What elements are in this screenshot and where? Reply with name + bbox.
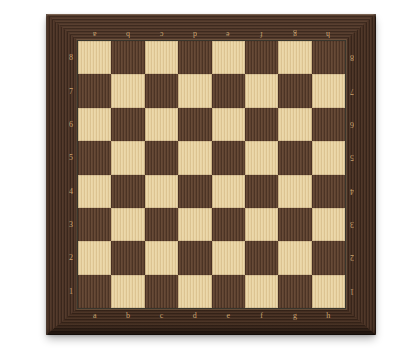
square-d1[interactable]: [178, 275, 211, 308]
square-c2[interactable]: [145, 241, 178, 274]
coordinate-label: e: [212, 28, 245, 40]
coordinate-label: 6: [65, 108, 77, 141]
square-d8[interactable]: [178, 41, 211, 74]
photo-background: abcdefgh abcdefgh 87654321 87654321: [0, 0, 420, 355]
square-a2[interactable]: [78, 241, 111, 274]
square-g8[interactable]: [278, 41, 311, 74]
square-h8[interactable]: [312, 41, 345, 74]
file-labels-top: abcdefgh: [78, 28, 345, 40]
square-g4[interactable]: [278, 175, 311, 208]
square-c5[interactable]: [145, 141, 178, 174]
square-a8[interactable]: [78, 41, 111, 74]
coordinate-label: 2: [346, 241, 358, 274]
coordinate-label: 2: [65, 241, 77, 274]
square-h1[interactable]: [312, 275, 345, 308]
coordinate-label: 8: [346, 41, 358, 74]
rank-labels-left: 87654321: [65, 41, 77, 308]
square-h2[interactable]: [312, 241, 345, 274]
square-e1[interactable]: [212, 275, 245, 308]
square-e4[interactable]: [212, 175, 245, 208]
square-h6[interactable]: [312, 108, 345, 141]
coordinate-label: 4: [65, 175, 77, 208]
square-b7[interactable]: [111, 74, 144, 107]
square-h4[interactable]: [312, 175, 345, 208]
square-g2[interactable]: [278, 241, 311, 274]
square-e7[interactable]: [212, 74, 245, 107]
coordinate-label: d: [178, 309, 211, 321]
square-h5[interactable]: [312, 141, 345, 174]
square-h3[interactable]: [312, 208, 345, 241]
square-f6[interactable]: [245, 108, 278, 141]
coordinate-label: e: [212, 309, 245, 321]
coordinate-label: 1: [65, 275, 77, 308]
chess-board: abcdefgh abcdefgh 87654321 87654321: [46, 14, 376, 335]
square-g5[interactable]: [278, 141, 311, 174]
coordinate-label: 6: [346, 108, 358, 141]
square-b1[interactable]: [111, 275, 144, 308]
square-b3[interactable]: [111, 208, 144, 241]
square-g3[interactable]: [278, 208, 311, 241]
coordinate-label: f: [245, 28, 278, 40]
square-e6[interactable]: [212, 108, 245, 141]
square-d2[interactable]: [178, 241, 211, 274]
square-e3[interactable]: [212, 208, 245, 241]
square-f8[interactable]: [245, 41, 278, 74]
square-a7[interactable]: [78, 74, 111, 107]
square-h7[interactable]: [312, 74, 345, 107]
square-d6[interactable]: [178, 108, 211, 141]
coordinate-label: b: [111, 28, 144, 40]
square-b4[interactable]: [111, 175, 144, 208]
coordinate-label: c: [145, 28, 178, 40]
square-f1[interactable]: [245, 275, 278, 308]
square-d5[interactable]: [178, 141, 211, 174]
coordinate-label: a: [78, 28, 111, 40]
square-d4[interactable]: [178, 175, 211, 208]
square-b2[interactable]: [111, 241, 144, 274]
coordinate-label: a: [78, 309, 111, 321]
coordinate-label: c: [145, 309, 178, 321]
square-a4[interactable]: [78, 175, 111, 208]
square-f2[interactable]: [245, 241, 278, 274]
square-e2[interactable]: [212, 241, 245, 274]
coordinate-label: d: [178, 28, 211, 40]
file-labels-bottom: abcdefgh: [78, 309, 345, 321]
square-d7[interactable]: [178, 74, 211, 107]
coordinate-label: h: [312, 309, 345, 321]
square-g1[interactable]: [278, 275, 311, 308]
square-d3[interactable]: [178, 208, 211, 241]
square-g7[interactable]: [278, 74, 311, 107]
square-f4[interactable]: [245, 175, 278, 208]
coordinate-label: h: [312, 28, 345, 40]
coordinate-label: 3: [65, 208, 77, 241]
square-f3[interactable]: [245, 208, 278, 241]
square-b8[interactable]: [111, 41, 144, 74]
rank-labels-right: 87654321: [346, 41, 358, 308]
coordinate-label: 5: [346, 141, 358, 174]
coordinate-label: 8: [65, 41, 77, 74]
coordinate-label: 5: [65, 141, 77, 174]
square-c6[interactable]: [145, 108, 178, 141]
coordinate-label: 7: [346, 74, 358, 107]
square-c4[interactable]: [145, 175, 178, 208]
coordinate-label: g: [278, 28, 311, 40]
coordinate-label: 7: [65, 74, 77, 107]
coordinate-label: 4: [346, 175, 358, 208]
playing-field: [78, 41, 345, 308]
coordinate-label: 3: [346, 208, 358, 241]
square-b5[interactable]: [111, 141, 144, 174]
coordinate-label: b: [111, 309, 144, 321]
square-b6[interactable]: [111, 108, 144, 141]
square-c8[interactable]: [145, 41, 178, 74]
square-a6[interactable]: [78, 108, 111, 141]
square-a3[interactable]: [78, 208, 111, 241]
square-g6[interactable]: [278, 108, 311, 141]
square-e8[interactable]: [212, 41, 245, 74]
square-c7[interactable]: [145, 74, 178, 107]
square-a1[interactable]: [78, 275, 111, 308]
square-e5[interactable]: [212, 141, 245, 174]
square-f5[interactable]: [245, 141, 278, 174]
square-f7[interactable]: [245, 74, 278, 107]
square-a5[interactable]: [78, 141, 111, 174]
square-c3[interactable]: [145, 208, 178, 241]
coordinate-label: f: [245, 309, 278, 321]
coordinate-label: g: [278, 309, 311, 321]
coordinate-label: 1: [346, 275, 358, 308]
square-c1[interactable]: [145, 275, 178, 308]
